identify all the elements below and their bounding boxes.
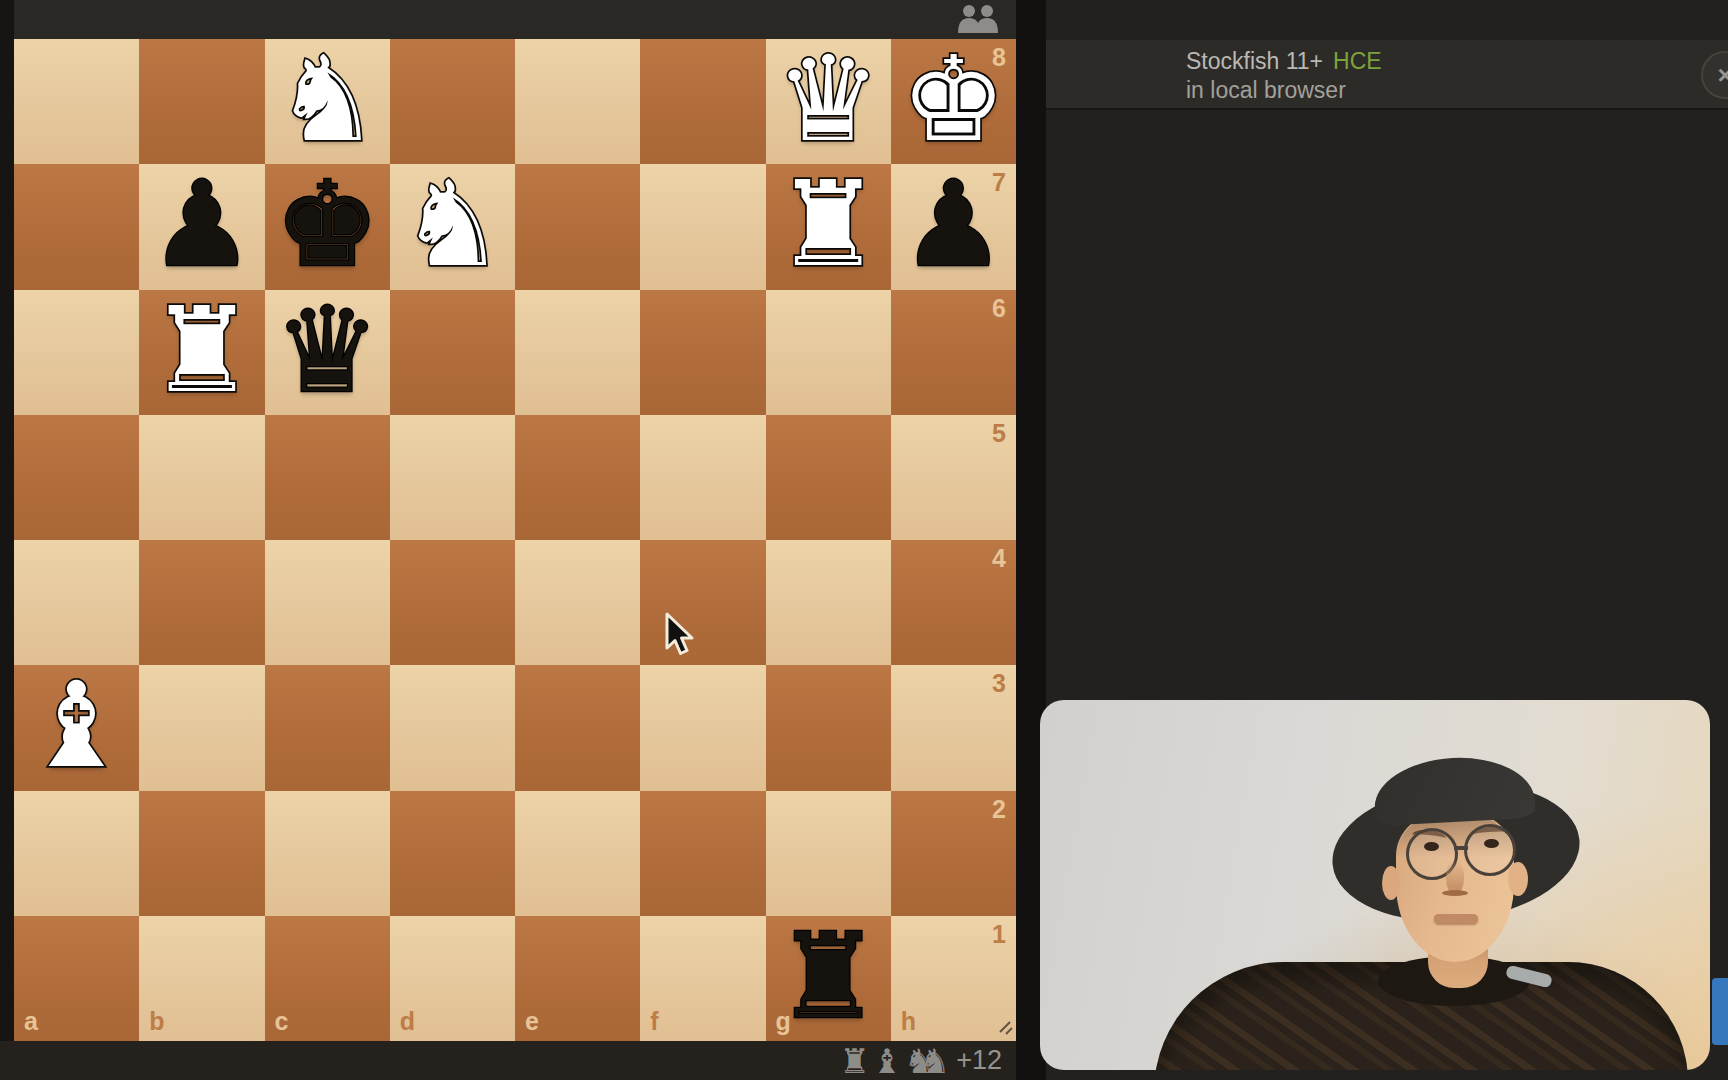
captured-pieces-tray: ♜♝♞♞ bbox=[839, 1043, 950, 1079]
square-b8[interactable] bbox=[139, 39, 264, 164]
captured-rook-icon: ♜ bbox=[839, 1041, 869, 1080]
blue-button-fragment[interactable] bbox=[1712, 978, 1728, 1045]
square-a8[interactable] bbox=[14, 39, 139, 164]
square-h8[interactable]: 8♚ bbox=[891, 39, 1016, 164]
piece-black-pawn[interactable]: ♟ bbox=[900, 162, 1006, 287]
chess-board: ♞♛8♚♟♚♞♜7♟♜♛654♝32abcdefg♜1h bbox=[14, 39, 1016, 1041]
piece-black-pawn[interactable]: ♟ bbox=[149, 162, 255, 287]
square-d3[interactable] bbox=[390, 665, 515, 790]
rank-label-5: 5 bbox=[992, 421, 1006, 446]
square-e4[interactable] bbox=[515, 540, 640, 665]
piece-black-queen[interactable]: ♛ bbox=[274, 288, 380, 413]
square-a1[interactable]: a bbox=[14, 916, 139, 1041]
board-resize-handle-icon[interactable] bbox=[994, 1016, 1016, 1038]
square-f2[interactable] bbox=[640, 791, 765, 916]
square-a3[interactable]: ♝ bbox=[14, 665, 139, 790]
square-f6[interactable] bbox=[640, 290, 765, 415]
file-label-a: a bbox=[24, 1009, 38, 1034]
square-e5[interactable] bbox=[515, 415, 640, 540]
piece-white-rook[interactable]: ♜ bbox=[149, 288, 255, 413]
square-f1[interactable]: f bbox=[640, 916, 765, 1041]
piece-white-knight[interactable]: ♞ bbox=[399, 162, 505, 287]
piece-white-knight[interactable]: ♞ bbox=[274, 37, 380, 162]
streamer-eye-left bbox=[1424, 842, 1439, 851]
square-d1[interactable]: d bbox=[390, 916, 515, 1041]
file-label-f: f bbox=[650, 1009, 658, 1034]
file-label-d: d bbox=[400, 1009, 415, 1034]
square-g3[interactable] bbox=[766, 665, 891, 790]
webcam-video bbox=[1040, 700, 1710, 1070]
square-d2[interactable] bbox=[390, 791, 515, 916]
square-f4[interactable] bbox=[640, 540, 765, 665]
square-g5[interactable] bbox=[766, 415, 891, 540]
square-e2[interactable] bbox=[515, 791, 640, 916]
square-e3[interactable] bbox=[515, 665, 640, 790]
piece-white-rook[interactable]: ♜ bbox=[775, 162, 881, 287]
engine-name: Stockfish 11+ bbox=[1186, 48, 1323, 74]
square-a2[interactable] bbox=[14, 791, 139, 916]
streamer-mouth bbox=[1434, 914, 1478, 923]
glasses-right-lens bbox=[1464, 824, 1516, 876]
square-f3[interactable] bbox=[640, 665, 765, 790]
square-g7[interactable]: ♜ bbox=[766, 164, 891, 289]
square-h4[interactable]: 4 bbox=[891, 540, 1016, 665]
file-label-e: e bbox=[525, 1009, 539, 1034]
square-g4[interactable] bbox=[766, 540, 891, 665]
square-c2[interactable] bbox=[265, 791, 390, 916]
square-a6[interactable] bbox=[14, 290, 139, 415]
square-d4[interactable] bbox=[390, 540, 515, 665]
streamer-nostrils bbox=[1442, 890, 1468, 896]
analysis-screen: ♞♛8♚♟♚♞♜7♟♜♛654♝32abcdefg♜1h ♜♝♞♞ +12 St… bbox=[0, 0, 1728, 1080]
square-b6[interactable]: ♜ bbox=[139, 290, 264, 415]
square-h3[interactable]: 3 bbox=[891, 665, 1016, 790]
square-e6[interactable] bbox=[515, 290, 640, 415]
captured-knight-icon: ♞ bbox=[920, 1041, 950, 1080]
piece-black-rook[interactable]: ♜ bbox=[775, 914, 881, 1039]
square-b2[interactable] bbox=[139, 791, 264, 916]
square-d6[interactable] bbox=[390, 290, 515, 415]
piece-white-bishop[interactable]: ♝ bbox=[24, 663, 130, 788]
square-e1[interactable]: e bbox=[515, 916, 640, 1041]
square-g6[interactable] bbox=[766, 290, 891, 415]
square-b4[interactable] bbox=[139, 540, 264, 665]
square-c6[interactable]: ♛ bbox=[265, 290, 390, 415]
streamer-eye-right bbox=[1484, 839, 1499, 848]
engine-badge: HCE bbox=[1333, 48, 1382, 74]
evaluation-text: +12 bbox=[956, 1045, 1002, 1076]
streamer-hat-crown bbox=[1372, 754, 1535, 826]
square-a5[interactable] bbox=[14, 415, 139, 540]
square-f8[interactable] bbox=[640, 39, 765, 164]
file-label-c: c bbox=[275, 1009, 289, 1034]
file-label-h: h bbox=[901, 1009, 916, 1034]
square-g8[interactable]: ♛ bbox=[766, 39, 891, 164]
piece-white-king[interactable]: ♚ bbox=[900, 37, 1006, 162]
square-c3[interactable] bbox=[265, 665, 390, 790]
engine-name-line: Stockfish 11+HCE bbox=[1186, 47, 1382, 76]
file-label-b: b bbox=[149, 1009, 164, 1034]
square-h6[interactable]: 6 bbox=[891, 290, 1016, 415]
rank-label-2: 2 bbox=[992, 797, 1006, 822]
rank-label-6: 6 bbox=[992, 296, 1006, 321]
material-bar: ♜♝♞♞ +12 bbox=[0, 1041, 1016, 1080]
streamer-nose bbox=[1446, 860, 1464, 894]
square-h7[interactable]: 7♟ bbox=[891, 164, 1016, 289]
square-d5[interactable] bbox=[390, 415, 515, 540]
square-b7[interactable]: ♟ bbox=[139, 164, 264, 289]
square-g1[interactable]: g♜ bbox=[766, 916, 891, 1041]
rank-label-4: 4 bbox=[992, 546, 1006, 571]
rank-label-3: 3 bbox=[992, 671, 1006, 696]
square-c8[interactable]: ♞ bbox=[265, 39, 390, 164]
piece-black-king[interactable]: ♚ bbox=[274, 162, 380, 287]
square-b3[interactable] bbox=[139, 665, 264, 790]
square-h2[interactable]: 2 bbox=[891, 791, 1016, 916]
square-e8[interactable] bbox=[515, 39, 640, 164]
square-c5[interactable] bbox=[265, 415, 390, 540]
square-d7[interactable]: ♞ bbox=[390, 164, 515, 289]
square-b5[interactable] bbox=[139, 415, 264, 540]
mouse-cursor bbox=[664, 612, 698, 658]
square-f5[interactable] bbox=[640, 415, 765, 540]
engine-subtitle: in local browser bbox=[1186, 76, 1382, 105]
square-f7[interactable] bbox=[640, 164, 765, 289]
glasses-bridge bbox=[1454, 846, 1468, 850]
rank-label-1: 1 bbox=[992, 922, 1006, 947]
square-c4[interactable] bbox=[265, 540, 390, 665]
square-d8[interactable] bbox=[390, 39, 515, 164]
square-g2[interactable] bbox=[766, 791, 891, 916]
streamer-ear-right bbox=[1508, 862, 1528, 896]
square-h5[interactable]: 5 bbox=[891, 415, 1016, 540]
streamer-ear-left bbox=[1382, 866, 1400, 900]
piece-white-queen[interactable]: ♛ bbox=[775, 37, 881, 162]
square-c1[interactable]: c bbox=[265, 916, 390, 1041]
captured-bishop-icon: ♝ bbox=[872, 1041, 902, 1080]
square-a7[interactable] bbox=[14, 164, 139, 289]
square-e7[interactable] bbox=[515, 164, 640, 289]
square-a4[interactable] bbox=[14, 540, 139, 665]
square-c7[interactable]: ♚ bbox=[265, 164, 390, 289]
engine-panel-header: Stockfish 11+HCE in local browser bbox=[1046, 40, 1728, 110]
square-b1[interactable]: b bbox=[139, 916, 264, 1041]
